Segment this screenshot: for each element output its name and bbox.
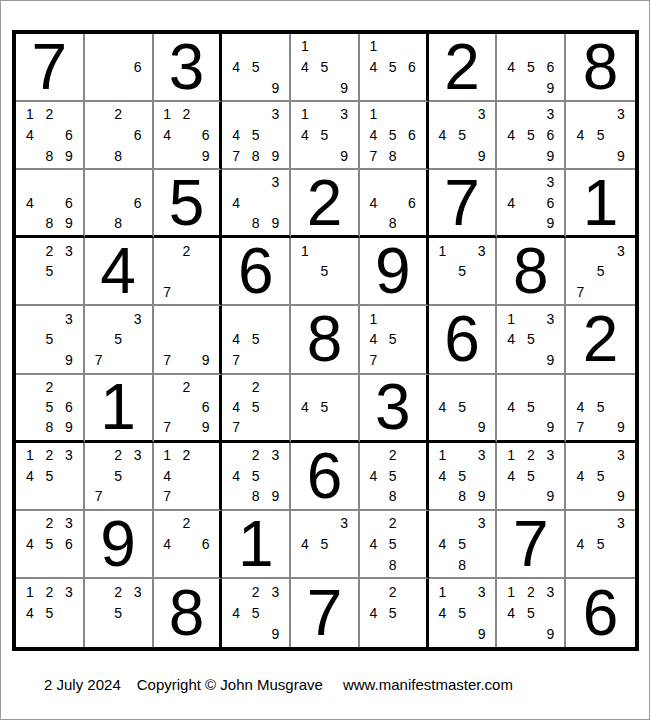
given-digit: 2 [429,34,496,100]
candidate-digit: 5 [597,469,605,483]
candidate-digit: 6 [202,537,210,551]
candidate-digit: 5 [389,606,397,620]
cell-r6c5[interactable]: 45 [291,375,360,443]
candidate-digit: 3 [617,107,625,121]
candidate-digit: 9 [478,489,486,503]
cell-r1c6[interactable]: 1456 [360,34,429,102]
candidate-digit: 7 [370,149,378,163]
pencil-marks: 12345 [16,443,83,509]
candidate-digit: 4 [232,469,240,483]
pencil-marks: 234589 [222,443,289,509]
cell-r1c3[interactable]: 3 [154,34,223,102]
candidate-digit: 3 [271,585,279,599]
pencil-marks: 457 [222,306,289,372]
cell-r1c8[interactable]: 4569 [497,34,566,102]
pencil-marks: 34569 [497,102,564,168]
pencil-marks: 45 [291,375,358,440]
cell-r7c5[interactable]: 6 [291,443,360,511]
cell-r1c9[interactable]: 8 [566,34,635,102]
candidate-digit: 8 [389,216,397,230]
pencil-marks: 13459 [497,306,564,372]
cell-r8c9[interactable]: 345 [566,511,635,579]
pencil-marks: 3459 [429,102,496,168]
candidate-digit: 8 [458,558,466,572]
candidate-digit: 5 [321,128,329,142]
cell-r5c6[interactable]: 1457 [360,306,429,374]
candidate-digit: 4 [439,537,447,551]
candidate-digit: 4 [370,128,378,142]
candidate-digit: 4 [439,469,447,483]
cell-r7c9[interactable]: 3459 [566,443,635,511]
candidate-digit: 8 [252,216,260,230]
pencil-marks: 12345 [16,579,83,647]
candidate-digit: 5 [252,332,260,346]
candidate-digit: 9 [547,353,555,367]
candidate-digit: 9 [271,81,279,95]
cell-r9c2[interactable]: 235 [85,579,154,647]
candidate-digit: 2 [389,516,397,530]
candidate-digit: 1 [26,585,34,599]
candidate-digit: 9 [478,627,486,641]
pencil-marks: 1456 [360,34,426,100]
candidate-digit: 3 [478,516,486,530]
pencil-marks: 123459 [497,443,564,509]
candidate-digit: 6 [134,60,142,74]
candidate-digit: 3 [134,585,142,599]
candidate-digit: 9 [547,81,555,95]
cell-r5c3[interactable]: 79 [154,306,223,374]
pencil-marks: 4689 [16,170,83,235]
candidate-digit: 5 [389,469,397,483]
candidate-digit: 6 [65,196,73,210]
pencil-marks: 23456 [16,511,83,577]
candidate-digit: 1 [370,39,378,53]
candidate-digit: 2 [389,585,397,599]
candidate-digit: 2 [114,448,122,462]
candidate-digit: 4 [232,606,240,620]
candidate-digit: 5 [597,537,605,551]
candidate-digit: 3 [65,244,73,258]
candidate-digit: 7 [370,353,378,367]
cell-r8c2[interactable]: 9 [85,511,154,579]
candidate-digit: 3 [271,175,279,189]
candidate-digit: 9 [617,489,625,503]
cell-r6c9[interactable]: 4579 [566,375,635,443]
candidate-digit: 8 [389,149,397,163]
candidate-digit: 8 [252,489,260,503]
candidate-digit: 9 [271,216,279,230]
candidate-digit: 6 [408,128,416,142]
candidate-digit: 4 [370,469,378,483]
cell-r2c3[interactable]: 12469 [154,102,223,170]
pencil-marks: 1247 [154,443,220,509]
candidate-digit: 4 [370,196,378,210]
candidate-digit: 3 [271,448,279,462]
candidate-digit: 7 [95,489,103,503]
candidate-digit: 1 [439,448,447,462]
cell-r9c6[interactable]: 245 [360,579,429,647]
candidate-digit: 4 [163,128,171,142]
cell-r4c1[interactable]: 235 [16,238,85,306]
cell-r5c8[interactable]: 13459 [497,306,566,374]
cell-r6c3[interactable]: 2679 [154,375,223,443]
cell-r3c4[interactable]: 3489 [222,170,291,238]
pencil-marks: 6 [85,34,152,100]
cell-r8c3[interactable]: 246 [154,511,223,579]
candidate-digit: 9 [340,149,348,163]
candidate-digit: 4 [26,196,34,210]
candidate-digit: 3 [65,585,73,599]
pencil-marks: 123459 [497,579,564,647]
cell-r4c7[interactable]: 135 [429,238,498,306]
candidate-digit: 9 [547,420,555,434]
candidate-digit: 5 [114,332,122,346]
candidate-digit: 5 [252,60,260,74]
candidate-digit: 3 [547,175,555,189]
candidate-digit: 1 [507,585,515,599]
candidate-digit: 6 [202,128,210,142]
candidate-digit: 7 [232,353,240,367]
footer-date: 2 July 2024 [44,676,121,693]
candidate-digit: 9 [65,216,73,230]
pencil-marks: 1457 [360,306,426,372]
pencil-marks: 13459 [291,102,358,168]
candidate-digit: 3 [134,448,142,462]
given-digit: 1 [222,511,289,577]
given-digit: 8 [291,306,358,372]
cell-r6c2[interactable]: 1 [85,375,154,443]
candidate-digit: 9 [547,489,555,503]
pencil-marks: 13459 [429,579,496,647]
given-digit: 9 [360,238,426,304]
candidate-digit: 4 [301,60,309,74]
cell-r4c9[interactable]: 357 [566,238,635,306]
candidate-digit: 5 [45,400,53,414]
cell-r3c9[interactable]: 1 [566,170,635,238]
cell-r3c6[interactable]: 468 [360,170,429,238]
cell-r9c8[interactable]: 123459 [497,579,566,647]
pencil-marks: 468 [360,170,426,235]
given-digit: 1 [566,170,635,235]
cell-r6c1[interactable]: 25689 [16,375,85,443]
candidate-digit: 2 [183,380,191,394]
candidate-digit: 5 [114,606,122,620]
candidate-digit: 8 [45,216,53,230]
cell-r9c1[interactable]: 12345 [16,579,85,647]
candidate-digit: 7 [95,353,103,367]
cell-r6c6[interactable]: 3 [360,375,429,443]
candidate-digit: 5 [45,537,53,551]
candidate-digit: 2 [45,585,53,599]
cell-r2c2[interactable]: 268 [85,102,154,170]
candidate-digit: 4 [26,606,34,620]
cell-r7c3[interactable]: 1247 [154,443,223,511]
candidate-digit: 2 [527,585,535,599]
candidate-digit: 9 [547,627,555,641]
cell-r1c1[interactable]: 7 [16,34,85,102]
candidate-digit: 6 [65,128,73,142]
candidate-digit: 5 [458,537,466,551]
candidate-digit: 4 [576,537,584,551]
candidate-digit: 7 [163,285,171,299]
given-digit: 6 [429,306,496,372]
candidate-digit: 2 [183,244,191,258]
candidate-digit: 6 [65,537,73,551]
given-digit: 7 [429,170,496,235]
candidate-digit: 4 [576,128,584,142]
candidate-digit: 6 [547,196,555,210]
candidate-digit: 2 [183,516,191,530]
candidate-digit: 4 [507,400,515,414]
cell-r8c6[interactable]: 2458 [360,511,429,579]
candidate-digit: 5 [458,400,466,414]
candidate-digit: 4 [163,469,171,483]
cell-r2c8[interactable]: 34569 [497,102,566,170]
cell-r2c5[interactable]: 13459 [291,102,360,170]
pencil-marks: 2357 [85,443,152,509]
candidate-digit: 4 [370,332,378,346]
cell-r9c5[interactable]: 7 [291,579,360,647]
candidate-digit: 6 [65,400,73,414]
candidate-digit: 2 [45,244,53,258]
candidate-digit: 3 [478,244,486,258]
candidate-digit: 2 [183,107,191,121]
cell-r1c2[interactable]: 6 [85,34,154,102]
pencil-marks: 3458 [429,511,496,577]
candidate-digit: 3 [478,585,486,599]
candidate-digit: 4 [370,606,378,620]
cell-r4c8[interactable]: 8 [497,238,566,306]
cell-r4c3[interactable]: 27 [154,238,223,306]
pencil-marks: 124689 [16,102,83,168]
cell-r4c6[interactable]: 9 [360,238,429,306]
candidate-digit: 4 [576,400,584,414]
candidate-digit: 8 [252,149,260,163]
candidate-digit: 9 [478,149,486,163]
candidate-digit: 9 [202,420,210,434]
candidate-digit: 3 [547,312,555,326]
pencil-marks: 145678 [360,102,426,168]
candidate-digit: 5 [527,469,535,483]
candidate-digit: 8 [114,149,122,163]
candidate-digit: 9 [271,149,279,163]
cell-r8c5[interactable]: 345 [291,511,360,579]
cell-r9c4[interactable]: 23459 [222,579,291,647]
cell-r2c6[interactable]: 145678 [360,102,429,170]
candidate-digit: 4 [301,537,309,551]
pencil-marks: 4579 [566,375,635,440]
cell-r8c7[interactable]: 3458 [429,511,498,579]
cell-r5c5[interactable]: 8 [291,306,360,374]
cell-r6c4[interactable]: 2457 [222,375,291,443]
candidate-digit: 8 [389,558,397,572]
pencil-marks: 459 [497,375,564,440]
cell-r6c8[interactable]: 459 [497,375,566,443]
cell-r7c1[interactable]: 12345 [16,443,85,511]
pencil-marks: 235 [16,238,83,304]
cell-r3c3[interactable]: 5 [154,170,223,238]
given-digit: 6 [291,443,358,509]
pencil-marks: 245 [360,579,426,647]
candidate-digit: 4 [301,128,309,142]
cell-r3c5[interactable]: 2 [291,170,360,238]
pencil-marks: 12469 [154,102,220,168]
cell-r4c4[interactable]: 6 [222,238,291,306]
candidate-digit: 9 [271,627,279,641]
candidate-digit: 5 [527,128,535,142]
candidate-digit: 4 [439,400,447,414]
pencil-marks: 2457 [222,375,289,440]
pencil-marks: 357 [85,306,152,372]
candidate-digit: 3 [65,516,73,530]
candidate-digit: 4 [232,332,240,346]
candidate-digit: 5 [458,606,466,620]
candidate-digit: 4 [507,332,515,346]
candidate-digit: 5 [321,264,329,278]
cell-r8c4[interactable]: 1 [222,511,291,579]
candidate-digit: 5 [45,332,53,346]
cell-r7c8[interactable]: 123459 [497,443,566,511]
cell-r1c5[interactable]: 1459 [291,34,360,102]
candidate-digit: 4 [26,128,34,142]
candidate-digit: 3 [478,448,486,462]
candidate-digit: 1 [301,39,309,53]
cell-r2c1[interactable]: 124689 [16,102,85,170]
cell-r5c4[interactable]: 457 [222,306,291,374]
candidate-digit: 1 [26,107,34,121]
given-digit: 7 [497,511,564,577]
candidate-digit: 9 [65,353,73,367]
candidate-digit: 6 [202,400,210,414]
cell-r1c4[interactable]: 459 [222,34,291,102]
pencil-marks: 345 [291,511,358,577]
candidate-digit: 4 [232,60,240,74]
cell-r5c1[interactable]: 359 [16,306,85,374]
candidate-digit: 9 [65,149,73,163]
candidate-digit: 4 [507,606,515,620]
given-digit: 8 [154,579,220,647]
cell-r7c7[interactable]: 134589 [429,443,498,511]
cell-r5c2[interactable]: 357 [85,306,154,374]
given-digit: 3 [154,34,220,100]
pencil-marks: 2458 [360,443,426,509]
cell-r7c4[interactable]: 234589 [222,443,291,511]
candidate-digit: 5 [114,469,122,483]
cell-r9c3[interactable]: 8 [154,579,223,647]
candidate-digit: 7 [576,285,584,299]
candidate-digit: 5 [45,469,53,483]
given-digit: 4 [85,238,152,304]
cell-r3c7[interactable]: 7 [429,170,498,238]
candidate-digit: 1 [163,448,171,462]
candidate-digit: 4 [370,60,378,74]
cell-r3c8[interactable]: 3469 [497,170,566,238]
cell-r8c8[interactable]: 7 [497,511,566,579]
given-digit: 8 [497,238,564,304]
candidate-digit: 5 [597,128,605,142]
given-digit: 6 [566,579,635,647]
candidate-digit: 1 [507,312,515,326]
candidate-digit: 2 [114,107,122,121]
cell-r9c9[interactable]: 6 [566,579,635,647]
pencil-marks: 68 [85,170,152,235]
given-digit: 1 [85,375,152,440]
given-digit: 8 [566,34,635,100]
cell-r6c7[interactable]: 459 [429,375,498,443]
candidate-digit: 3 [134,312,142,326]
cell-r2c4[interactable]: 345789 [222,102,291,170]
candidate-digit: 4 [163,537,171,551]
cell-r1c7[interactable]: 2 [429,34,498,102]
candidate-digit: 5 [389,537,397,551]
candidate-digit: 6 [134,128,142,142]
candidate-digit: 2 [252,585,260,599]
candidate-digit: 5 [458,264,466,278]
cell-r3c1[interactable]: 4689 [16,170,85,238]
candidate-digit: 9 [202,149,210,163]
candidate-digit: 9 [202,353,210,367]
cell-r8c1[interactable]: 23456 [16,511,85,579]
candidate-digit: 2 [183,448,191,462]
pencil-marks: 4569 [497,34,564,100]
candidate-digit: 1 [163,107,171,121]
candidate-digit: 3 [340,107,348,121]
given-digit: 7 [291,579,358,647]
candidate-digit: 9 [271,489,279,503]
pencil-marks: 2679 [154,375,220,440]
candidate-digit: 2 [252,380,260,394]
candidate-digit: 9 [617,149,625,163]
candidate-digit: 1 [370,107,378,121]
candidate-digit: 3 [617,448,625,462]
cell-r5c7[interactable]: 6 [429,306,498,374]
footer: 2 July 2024 Copyright © John Musgrave ww… [44,676,513,693]
candidate-digit: 1 [507,448,515,462]
cell-r9c7[interactable]: 13459 [429,579,498,647]
candidate-digit: 5 [321,537,329,551]
pencil-marks: 135 [429,238,496,304]
cell-r7c6[interactable]: 2458 [360,443,429,511]
candidate-digit: 2 [45,516,53,530]
cell-r4c5[interactable]: 15 [291,238,360,306]
pencil-marks: 459 [222,34,289,100]
cell-r7c2[interactable]: 2357 [85,443,154,511]
candidate-digit: 5 [527,332,535,346]
cell-r5c9[interactable]: 2 [566,306,635,374]
candidate-digit: 4 [232,196,240,210]
candidate-digit: 4 [232,400,240,414]
pencil-marks: 3489 [222,170,289,235]
given-digit: 3 [360,375,426,440]
candidate-digit: 1 [439,585,447,599]
candidate-digit: 4 [439,606,447,620]
pencil-marks: 345789 [222,102,289,168]
cell-r4c2[interactable]: 4 [85,238,154,306]
candidate-digit: 5 [321,60,329,74]
pencil-marks: 359 [16,306,83,372]
cell-r2c9[interactable]: 3459 [566,102,635,170]
candidate-digit: 2 [45,448,53,462]
cell-r3c2[interactable]: 68 [85,170,154,238]
candidate-digit: 4 [507,60,515,74]
cell-r2c7[interactable]: 3459 [429,102,498,170]
candidate-digit: 5 [252,606,260,620]
given-digit: 2 [566,306,635,372]
candidate-digit: 1 [301,107,309,121]
candidate-digit: 9 [617,420,625,434]
candidate-digit: 6 [134,196,142,210]
pencil-marks: 2458 [360,511,426,577]
